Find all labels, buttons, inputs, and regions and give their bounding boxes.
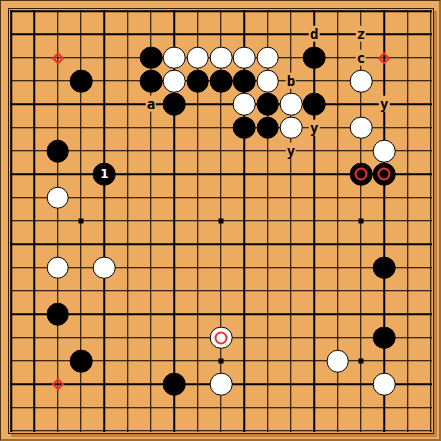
point-18-7[interactable] — [396, 139, 419, 162]
point-2-17[interactable] — [23, 373, 46, 396]
point-1-4[interactable] — [0, 69, 23, 92]
point-6-13[interactable] — [116, 279, 139, 302]
point-10-9[interactable] — [209, 186, 232, 209]
point-18-2[interactable] — [396, 23, 419, 46]
point-19-9[interactable] — [419, 186, 441, 209]
point-13-3[interactable] — [279, 46, 302, 69]
point-11-4[interactable] — [233, 69, 256, 92]
point-9-4[interactable] — [186, 69, 209, 92]
point-15-19[interactable] — [326, 419, 349, 441]
point-10-1[interactable] — [209, 0, 232, 23]
point-7-3[interactable] — [139, 46, 162, 69]
point-5-9[interactable] — [93, 186, 116, 209]
point-17-18[interactable] — [373, 396, 396, 419]
point-1-9[interactable] — [0, 186, 23, 209]
point-4-18[interactable] — [69, 396, 92, 419]
point-8-5[interactable] — [163, 93, 186, 116]
point-15-8[interactable] — [326, 163, 349, 186]
point-9-10[interactable] — [186, 209, 209, 232]
point-5-1[interactable] — [93, 0, 116, 23]
point-19-11[interactable] — [419, 233, 441, 256]
point-3-9[interactable] — [46, 186, 69, 209]
point-1-14[interactable] — [0, 303, 23, 326]
point-5-18[interactable] — [93, 396, 116, 419]
point-7-15[interactable] — [139, 326, 162, 349]
point-17-7[interactable] — [373, 139, 396, 162]
point-13-4[interactable]: b — [279, 69, 302, 92]
point-11-16[interactable] — [233, 349, 256, 372]
point-5-11[interactable] — [93, 233, 116, 256]
point-2-8[interactable] — [23, 163, 46, 186]
point-2-4[interactable] — [23, 69, 46, 92]
point-5-8[interactable]: 1 — [93, 163, 116, 186]
point-17-9[interactable] — [373, 186, 396, 209]
point-3-10[interactable] — [46, 209, 69, 232]
point-7-18[interactable] — [139, 396, 162, 419]
point-14-6[interactable]: y — [303, 116, 326, 139]
point-9-9[interactable] — [186, 186, 209, 209]
point-5-3[interactable] — [93, 46, 116, 69]
point-4-13[interactable] — [69, 279, 92, 302]
point-3-7[interactable] — [46, 139, 69, 162]
point-12-2[interactable] — [256, 23, 279, 46]
point-3-11[interactable] — [46, 233, 69, 256]
point-10-16[interactable] — [209, 349, 232, 372]
point-14-3[interactable] — [303, 46, 326, 69]
point-1-8[interactable] — [0, 163, 23, 186]
point-15-10[interactable] — [326, 209, 349, 232]
point-9-13[interactable] — [186, 279, 209, 302]
point-6-5[interactable] — [116, 93, 139, 116]
point-6-4[interactable] — [116, 69, 139, 92]
point-12-8[interactable] — [256, 163, 279, 186]
point-11-19[interactable] — [233, 419, 256, 441]
point-14-5[interactable] — [303, 93, 326, 116]
point-8-12[interactable] — [163, 256, 186, 279]
point-19-16[interactable] — [419, 349, 441, 372]
point-13-9[interactable] — [279, 186, 302, 209]
point-14-4[interactable] — [303, 69, 326, 92]
point-16-14[interactable] — [349, 303, 372, 326]
point-12-14[interactable] — [256, 303, 279, 326]
point-19-3[interactable] — [419, 46, 441, 69]
point-2-16[interactable] — [23, 349, 46, 372]
point-10-13[interactable] — [209, 279, 232, 302]
point-17-12[interactable] — [373, 256, 396, 279]
point-10-11[interactable] — [209, 233, 232, 256]
point-16-2[interactable]: z — [349, 23, 372, 46]
point-16-8[interactable] — [349, 163, 372, 186]
point-2-7[interactable] — [23, 139, 46, 162]
point-11-1[interactable] — [233, 0, 256, 23]
point-10-2[interactable] — [209, 23, 232, 46]
point-2-10[interactable] — [23, 209, 46, 232]
point-11-2[interactable] — [233, 23, 256, 46]
point-14-13[interactable] — [303, 279, 326, 302]
point-12-1[interactable] — [256, 0, 279, 23]
point-14-17[interactable] — [303, 373, 326, 396]
point-17-17[interactable] — [373, 373, 396, 396]
point-6-12[interactable] — [116, 256, 139, 279]
point-7-5[interactable]: a — [139, 93, 162, 116]
point-14-2[interactable]: d — [303, 23, 326, 46]
point-12-7[interactable] — [256, 139, 279, 162]
point-9-6[interactable] — [186, 116, 209, 139]
point-6-14[interactable] — [116, 303, 139, 326]
point-3-6[interactable] — [46, 116, 69, 139]
point-2-12[interactable] — [23, 256, 46, 279]
point-9-19[interactable] — [186, 419, 209, 441]
point-4-10[interactable] — [69, 209, 92, 232]
point-5-4[interactable] — [93, 69, 116, 92]
point-12-15[interactable] — [256, 326, 279, 349]
point-19-17[interactable] — [419, 373, 441, 396]
point-9-18[interactable] — [186, 396, 209, 419]
point-4-4[interactable] — [69, 69, 92, 92]
point-13-17[interactable] — [279, 373, 302, 396]
point-13-11[interactable] — [279, 233, 302, 256]
point-16-7[interactable] — [349, 139, 372, 162]
point-2-19[interactable] — [23, 419, 46, 441]
point-8-18[interactable] — [163, 396, 186, 419]
point-1-2[interactable] — [0, 23, 23, 46]
point-9-12[interactable] — [186, 256, 209, 279]
point-19-15[interactable] — [419, 326, 441, 349]
point-10-19[interactable] — [209, 419, 232, 441]
point-10-6[interactable] — [209, 116, 232, 139]
point-13-14[interactable] — [279, 303, 302, 326]
point-5-13[interactable] — [93, 279, 116, 302]
point-13-1[interactable] — [279, 0, 302, 23]
point-8-2[interactable] — [163, 23, 186, 46]
point-16-10[interactable] — [349, 209, 372, 232]
point-5-10[interactable] — [93, 209, 116, 232]
point-12-10[interactable] — [256, 209, 279, 232]
point-9-8[interactable] — [186, 163, 209, 186]
point-7-12[interactable] — [139, 256, 162, 279]
point-1-5[interactable] — [0, 93, 23, 116]
point-10-12[interactable] — [209, 256, 232, 279]
point-3-3[interactable] — [46, 46, 69, 69]
point-7-9[interactable] — [139, 186, 162, 209]
point-10-17[interactable] — [209, 373, 232, 396]
point-12-17[interactable] — [256, 373, 279, 396]
point-12-16[interactable] — [256, 349, 279, 372]
point-14-8[interactable] — [303, 163, 326, 186]
point-14-18[interactable] — [303, 396, 326, 419]
point-19-8[interactable] — [419, 163, 441, 186]
point-17-11[interactable] — [373, 233, 396, 256]
point-18-10[interactable] — [396, 209, 419, 232]
point-5-12[interactable] — [93, 256, 116, 279]
point-19-14[interactable] — [419, 303, 441, 326]
point-17-6[interactable] — [373, 116, 396, 139]
point-7-19[interactable] — [139, 419, 162, 441]
point-19-18[interactable] — [419, 396, 441, 419]
point-13-7[interactable]: y — [279, 139, 302, 162]
point-17-14[interactable] — [373, 303, 396, 326]
point-4-12[interactable] — [69, 256, 92, 279]
point-15-13[interactable] — [326, 279, 349, 302]
point-12-5[interactable] — [256, 93, 279, 116]
point-11-7[interactable] — [233, 139, 256, 162]
point-8-1[interactable] — [163, 0, 186, 23]
point-18-15[interactable] — [396, 326, 419, 349]
point-18-14[interactable] — [396, 303, 419, 326]
point-6-6[interactable] — [116, 116, 139, 139]
point-2-18[interactable] — [23, 396, 46, 419]
point-8-10[interactable] — [163, 209, 186, 232]
point-19-12[interactable] — [419, 256, 441, 279]
point-7-8[interactable] — [139, 163, 162, 186]
point-1-11[interactable] — [0, 233, 23, 256]
point-4-7[interactable] — [69, 139, 92, 162]
point-2-6[interactable] — [23, 116, 46, 139]
point-15-16[interactable] — [326, 349, 349, 372]
point-6-8[interactable] — [116, 163, 139, 186]
point-6-11[interactable] — [116, 233, 139, 256]
point-6-2[interactable] — [116, 23, 139, 46]
point-19-7[interactable] — [419, 139, 441, 162]
point-13-18[interactable] — [279, 396, 302, 419]
point-9-5[interactable] — [186, 93, 209, 116]
point-11-11[interactable] — [233, 233, 256, 256]
point-8-13[interactable] — [163, 279, 186, 302]
point-9-3[interactable] — [186, 46, 209, 69]
point-6-18[interactable] — [116, 396, 139, 419]
point-1-7[interactable] — [0, 139, 23, 162]
point-4-9[interactable] — [69, 186, 92, 209]
point-8-14[interactable] — [163, 303, 186, 326]
point-14-9[interactable] — [303, 186, 326, 209]
point-1-3[interactable] — [0, 46, 23, 69]
point-18-18[interactable] — [396, 396, 419, 419]
point-15-18[interactable] — [326, 396, 349, 419]
point-19-4[interactable] — [419, 69, 441, 92]
point-16-19[interactable] — [349, 419, 372, 441]
point-6-15[interactable] — [116, 326, 139, 349]
point-11-10[interactable] — [233, 209, 256, 232]
point-12-6[interactable] — [256, 116, 279, 139]
point-14-7[interactable] — [303, 139, 326, 162]
point-5-6[interactable] — [93, 116, 116, 139]
point-16-18[interactable] — [349, 396, 372, 419]
point-9-16[interactable] — [186, 349, 209, 372]
point-5-7[interactable] — [93, 139, 116, 162]
point-8-6[interactable] — [163, 116, 186, 139]
point-17-3[interactable] — [373, 46, 396, 69]
point-7-10[interactable] — [139, 209, 162, 232]
point-12-13[interactable] — [256, 279, 279, 302]
point-18-12[interactable] — [396, 256, 419, 279]
point-12-4[interactable] — [256, 69, 279, 92]
point-9-15[interactable] — [186, 326, 209, 349]
point-5-19[interactable] — [93, 419, 116, 441]
point-2-5[interactable] — [23, 93, 46, 116]
point-13-13[interactable] — [279, 279, 302, 302]
point-12-9[interactable] — [256, 186, 279, 209]
point-13-10[interactable] — [279, 209, 302, 232]
point-9-17[interactable] — [186, 373, 209, 396]
point-1-15[interactable] — [0, 326, 23, 349]
point-8-19[interactable] — [163, 419, 186, 441]
point-3-1[interactable] — [46, 0, 69, 23]
point-1-10[interactable] — [0, 209, 23, 232]
point-3-15[interactable] — [46, 326, 69, 349]
point-5-16[interactable] — [93, 349, 116, 372]
point-8-4[interactable] — [163, 69, 186, 92]
point-8-17[interactable] — [163, 373, 186, 396]
point-9-1[interactable] — [186, 0, 209, 23]
point-2-3[interactable] — [23, 46, 46, 69]
point-2-15[interactable] — [23, 326, 46, 349]
point-14-10[interactable] — [303, 209, 326, 232]
point-11-8[interactable] — [233, 163, 256, 186]
point-5-17[interactable] — [93, 373, 116, 396]
point-11-14[interactable] — [233, 303, 256, 326]
point-7-16[interactable] — [139, 349, 162, 372]
point-17-2[interactable] — [373, 23, 396, 46]
point-15-17[interactable] — [326, 373, 349, 396]
point-7-6[interactable] — [139, 116, 162, 139]
point-17-15[interactable] — [373, 326, 396, 349]
point-13-2[interactable] — [279, 23, 302, 46]
point-10-5[interactable] — [209, 93, 232, 116]
point-7-17[interactable] — [139, 373, 162, 396]
point-5-2[interactable] — [93, 23, 116, 46]
point-1-18[interactable] — [0, 396, 23, 419]
point-18-5[interactable] — [396, 93, 419, 116]
point-15-6[interactable] — [326, 116, 349, 139]
point-6-9[interactable] — [116, 186, 139, 209]
point-16-12[interactable] — [349, 256, 372, 279]
point-18-3[interactable] — [396, 46, 419, 69]
point-17-4[interactable] — [373, 69, 396, 92]
point-12-19[interactable] — [256, 419, 279, 441]
point-3-13[interactable] — [46, 279, 69, 302]
point-3-12[interactable] — [46, 256, 69, 279]
point-10-3[interactable] — [209, 46, 232, 69]
point-1-12[interactable] — [0, 256, 23, 279]
point-1-19[interactable] — [0, 419, 23, 441]
point-8-3[interactable] — [163, 46, 186, 69]
point-3-8[interactable] — [46, 163, 69, 186]
point-8-9[interactable] — [163, 186, 186, 209]
point-19-2[interactable] — [419, 23, 441, 46]
point-13-6[interactable] — [279, 116, 302, 139]
point-1-1[interactable] — [0, 0, 23, 23]
point-3-14[interactable] — [46, 303, 69, 326]
point-10-8[interactable] — [209, 163, 232, 186]
point-9-11[interactable] — [186, 233, 209, 256]
point-16-9[interactable] — [349, 186, 372, 209]
point-4-17[interactable] — [69, 373, 92, 396]
point-4-16[interactable] — [69, 349, 92, 372]
point-16-16[interactable] — [349, 349, 372, 372]
point-12-3[interactable] — [256, 46, 279, 69]
point-16-15[interactable] — [349, 326, 372, 349]
point-6-16[interactable] — [116, 349, 139, 372]
point-7-2[interactable] — [139, 23, 162, 46]
point-10-7[interactable] — [209, 139, 232, 162]
point-15-4[interactable] — [326, 69, 349, 92]
point-10-10[interactable] — [209, 209, 232, 232]
point-18-17[interactable] — [396, 373, 419, 396]
point-15-11[interactable] — [326, 233, 349, 256]
point-15-2[interactable] — [326, 23, 349, 46]
point-14-15[interactable] — [303, 326, 326, 349]
point-11-17[interactable] — [233, 373, 256, 396]
point-3-19[interactable] — [46, 419, 69, 441]
point-9-2[interactable] — [186, 23, 209, 46]
point-9-7[interactable] — [186, 139, 209, 162]
point-7-11[interactable] — [139, 233, 162, 256]
point-16-4[interactable] — [349, 69, 372, 92]
point-3-2[interactable] — [46, 23, 69, 46]
point-18-6[interactable] — [396, 116, 419, 139]
point-2-13[interactable] — [23, 279, 46, 302]
point-5-15[interactable] — [93, 326, 116, 349]
point-11-3[interactable] — [233, 46, 256, 69]
point-6-7[interactable] — [116, 139, 139, 162]
point-16-3[interactable]: c — [349, 46, 372, 69]
point-8-7[interactable] — [163, 139, 186, 162]
point-18-19[interactable] — [396, 419, 419, 441]
point-17-10[interactable] — [373, 209, 396, 232]
point-7-14[interactable] — [139, 303, 162, 326]
point-16-6[interactable] — [349, 116, 372, 139]
point-13-5[interactable] — [279, 93, 302, 116]
point-7-4[interactable] — [139, 69, 162, 92]
point-13-8[interactable] — [279, 163, 302, 186]
point-4-8[interactable] — [69, 163, 92, 186]
point-16-13[interactable] — [349, 279, 372, 302]
point-19-1[interactable] — [419, 0, 441, 23]
point-4-3[interactable] — [69, 46, 92, 69]
point-18-11[interactable] — [396, 233, 419, 256]
point-6-17[interactable] — [116, 373, 139, 396]
point-16-5[interactable] — [349, 93, 372, 116]
point-12-12[interactable] — [256, 256, 279, 279]
point-2-2[interactable] — [23, 23, 46, 46]
point-4-15[interactable] — [69, 326, 92, 349]
point-15-7[interactable] — [326, 139, 349, 162]
point-15-5[interactable] — [326, 93, 349, 116]
point-2-14[interactable] — [23, 303, 46, 326]
point-12-11[interactable] — [256, 233, 279, 256]
point-3-17[interactable] — [46, 373, 69, 396]
point-4-6[interactable] — [69, 116, 92, 139]
point-6-3[interactable] — [116, 46, 139, 69]
point-8-15[interactable] — [163, 326, 186, 349]
point-6-10[interactable] — [116, 209, 139, 232]
point-10-15[interactable] — [209, 326, 232, 349]
point-18-8[interactable] — [396, 163, 419, 186]
point-14-11[interactable] — [303, 233, 326, 256]
point-11-6[interactable] — [233, 116, 256, 139]
point-1-17[interactable] — [0, 373, 23, 396]
point-1-13[interactable] — [0, 279, 23, 302]
point-19-5[interactable] — [419, 93, 441, 116]
point-16-1[interactable] — [349, 0, 372, 23]
point-16-17[interactable] — [349, 373, 372, 396]
point-3-18[interactable] — [46, 396, 69, 419]
point-4-2[interactable] — [69, 23, 92, 46]
point-14-14[interactable] — [303, 303, 326, 326]
point-17-19[interactable] — [373, 419, 396, 441]
point-11-5[interactable] — [233, 93, 256, 116]
point-14-1[interactable] — [303, 0, 326, 23]
